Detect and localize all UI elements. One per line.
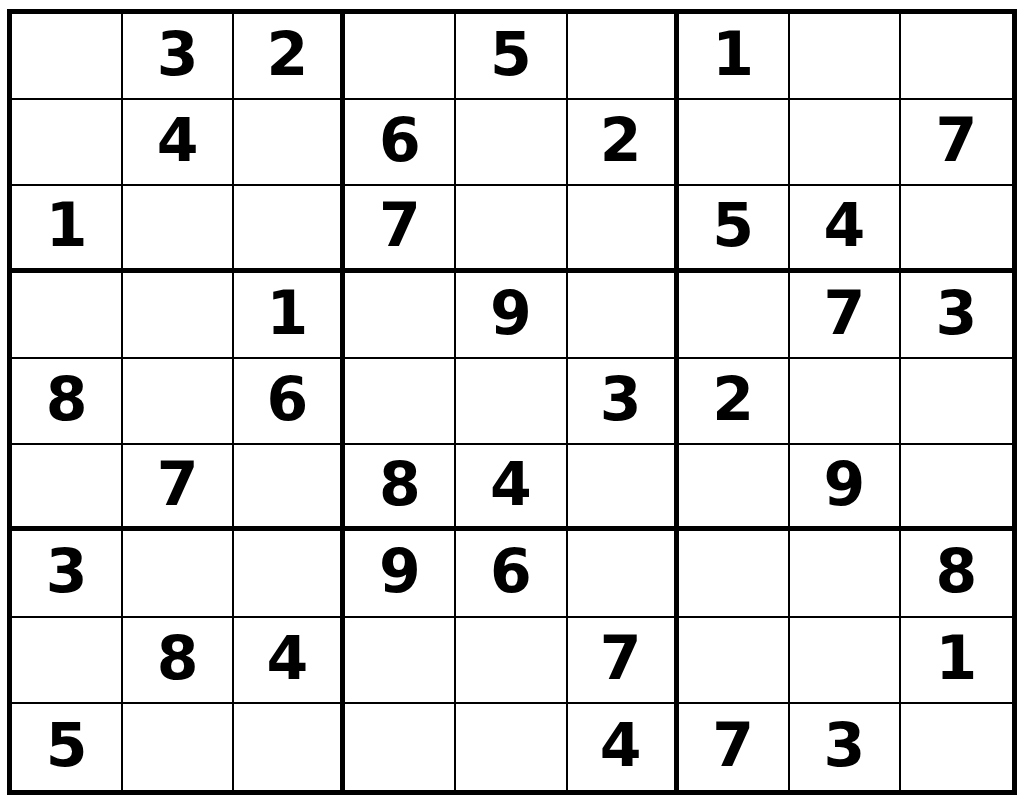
cell-r9c4[interactable] [345,704,456,790]
cell-r8c9[interactable]: 1 [901,618,1012,704]
cell-r6c3[interactable] [234,445,345,531]
given-digit: 6 [379,110,421,170]
cell-r6c8[interactable]: 9 [790,445,901,531]
given-digit: 2 [266,24,308,84]
cell-r4c3[interactable]: 1 [234,273,345,359]
cell-r4c5[interactable]: 9 [456,273,567,359]
given-digit: 6 [266,369,308,429]
cell-r5c2[interactable] [123,359,234,445]
given-digit: 9 [379,541,421,601]
cell-r3c5[interactable] [456,186,567,272]
cell-r8c7[interactable] [679,618,790,704]
cell-r3c3[interactable] [234,186,345,272]
cell-r6c7[interactable] [679,445,790,531]
cell-r3c2[interactable] [123,186,234,272]
given-digit: 4 [490,454,532,514]
given-digit: 3 [46,541,88,601]
cell-r8c6[interactable]: 7 [568,618,679,704]
given-digit: 1 [936,628,978,688]
cell-r9c6[interactable]: 4 [568,704,679,790]
given-digit: 7 [379,195,421,255]
given-digit: 1 [266,283,308,343]
given-digit: 3 [600,369,642,429]
cell-r6c4[interactable]: 8 [345,445,456,531]
cell-r1c6[interactable] [568,14,679,100]
given-digit: 2 [600,110,642,170]
cell-r6c5[interactable]: 4 [456,445,567,531]
cell-r1c8[interactable] [790,14,901,100]
cell-r5c5[interactable] [456,359,567,445]
cell-r7c1[interactable]: 3 [12,531,123,617]
cell-r5c4[interactable] [345,359,456,445]
cell-r3c4[interactable]: 7 [345,186,456,272]
cell-r5c1[interactable]: 8 [12,359,123,445]
cell-r5c8[interactable] [790,359,901,445]
cell-r3c6[interactable] [568,186,679,272]
cell-r6c2[interactable]: 7 [123,445,234,531]
cell-r7c2[interactable] [123,531,234,617]
cell-r2c4[interactable]: 6 [345,100,456,186]
cell-r3c8[interactable]: 4 [790,186,901,272]
cell-r4c1[interactable] [12,273,123,359]
given-digit: 4 [266,628,308,688]
cell-r7c9[interactable]: 8 [901,531,1012,617]
cell-r1c2[interactable]: 3 [123,14,234,100]
cell-r3c7[interactable]: 5 [679,186,790,272]
given-digit: 4 [823,195,865,255]
cell-r1c9[interactable] [901,14,1012,100]
cell-r2c7[interactable] [679,100,790,186]
cell-r3c1[interactable]: 1 [12,186,123,272]
cell-r5c7[interactable]: 2 [679,359,790,445]
given-digit: 1 [712,24,754,84]
given-digit: 5 [46,715,88,775]
cell-r9c3[interactable] [234,704,345,790]
given-digit: 7 [712,715,754,775]
cell-r1c4[interactable] [345,14,456,100]
cell-r2c5[interactable] [456,100,567,186]
given-digit: 6 [490,541,532,601]
cell-r4c2[interactable] [123,273,234,359]
given-digit: 7 [157,454,199,514]
cell-r1c3[interactable]: 2 [234,14,345,100]
given-digit: 8 [379,454,421,514]
cell-r2c8[interactable] [790,100,901,186]
cell-r6c6[interactable] [568,445,679,531]
cell-r4c8[interactable]: 7 [790,273,901,359]
cell-r1c7[interactable]: 1 [679,14,790,100]
cell-r6c1[interactable] [12,445,123,531]
cell-r6c9[interactable] [901,445,1012,531]
cell-r8c1[interactable] [12,618,123,704]
cell-r9c2[interactable] [123,704,234,790]
cell-r1c1[interactable] [12,14,123,100]
cell-r9c8[interactable]: 3 [790,704,901,790]
cell-r1c5[interactable]: 5 [456,14,567,100]
cell-r8c5[interactable] [456,618,567,704]
cell-r3c9[interactable] [901,186,1012,272]
cell-r9c1[interactable]: 5 [12,704,123,790]
given-digit: 1 [46,195,88,255]
cell-r4c4[interactable] [345,273,456,359]
given-digit: 8 [46,369,88,429]
given-digit: 3 [157,24,199,84]
given-digit: 8 [157,628,199,688]
cell-r2c6[interactable]: 2 [568,100,679,186]
cell-r2c3[interactable] [234,100,345,186]
cell-r7c6[interactable] [568,531,679,617]
given-digit: 7 [600,628,642,688]
cell-r2c1[interactable] [12,100,123,186]
given-digit: 9 [823,454,865,514]
cell-r7c3[interactable] [234,531,345,617]
cell-r9c9[interactable] [901,704,1012,790]
cell-r2c9[interactable]: 7 [901,100,1012,186]
cell-r8c8[interactable] [790,618,901,704]
cell-r8c4[interactable] [345,618,456,704]
cell-r4c6[interactable] [568,273,679,359]
cell-r7c8[interactable] [790,531,901,617]
given-digit: 3 [823,715,865,775]
given-digit: 4 [157,110,199,170]
cell-r5c3[interactable]: 6 [234,359,345,445]
cell-r4c9[interactable]: 3 [901,273,1012,359]
cell-r5c9[interactable] [901,359,1012,445]
cell-r2c2[interactable]: 4 [123,100,234,186]
cell-r8c3[interactable]: 4 [234,618,345,704]
given-digit: 7 [936,110,978,170]
cell-r4c7[interactable] [679,273,790,359]
given-digit: 9 [490,283,532,343]
given-digit: 7 [823,283,865,343]
given-digit: 4 [600,715,642,775]
cell-r8c2[interactable]: 8 [123,618,234,704]
cell-r7c4[interactable]: 9 [345,531,456,617]
cell-r9c5[interactable] [456,704,567,790]
given-digit: 2 [712,369,754,429]
cell-r5c6[interactable]: 3 [568,359,679,445]
sudoku-board: 325146271754197386327849396884715473 [7,9,1017,795]
given-digit: 3 [936,283,978,343]
given-digit: 5 [490,24,532,84]
cell-r7c7[interactable] [679,531,790,617]
cell-r9c7[interactable]: 7 [679,704,790,790]
given-digit: 5 [712,195,754,255]
cell-r7c5[interactable]: 6 [456,531,567,617]
given-digit: 8 [936,541,978,601]
